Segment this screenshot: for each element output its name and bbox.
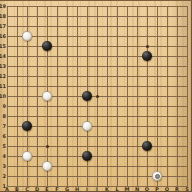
star-point-J10 (96, 95, 99, 98)
stone-black-O14[interactable] (142, 51, 152, 61)
row-label-19: 19 (0, 4, 6, 9)
row-label-8: 8 (0, 114, 6, 119)
row-label-9: 9 (0, 104, 6, 109)
col-label-D: D (34, 187, 40, 192)
col-label-J: J (94, 187, 100, 192)
grid-line-col-S (187, 6, 188, 187)
grid-line-row-3 (7, 166, 188, 167)
col-label-K: K (104, 187, 110, 192)
stone-black-E15[interactable] (42, 41, 52, 51)
row-label-12: 12 (0, 74, 6, 79)
col-label-I: I (84, 187, 90, 192)
row-label-17: 17 (0, 24, 6, 29)
grid-line-col-K (107, 6, 108, 187)
col-label-R: R (174, 187, 180, 192)
stone-white-C4[interactable] (22, 151, 32, 161)
row-label-16: 16 (0, 34, 6, 39)
stone-white-E10[interactable] (42, 91, 52, 101)
row-label-3: 3 (0, 164, 6, 169)
row-label-10: 10 (0, 94, 6, 99)
row-label-5: 5 (0, 144, 6, 149)
grid-line-col-O (147, 6, 148, 187)
grid-line-row-7 (7, 126, 188, 127)
col-label-S: S (184, 187, 190, 192)
row-label-18: 18 (0, 14, 6, 19)
grid-line-col-P (157, 6, 158, 187)
stone-white-C16[interactable] (22, 31, 32, 41)
col-label-Q: Q (164, 187, 170, 192)
col-label-A: A (4, 187, 10, 192)
stone-white-E3[interactable] (42, 161, 52, 171)
go-board[interactable]: 19181716151413121110987654321ABCDEFGHIJK… (0, 0, 192, 192)
col-label-L: L (114, 187, 120, 192)
col-label-M: M (124, 187, 130, 192)
col-label-P: P (154, 187, 160, 192)
row-label-6: 6 (0, 134, 6, 139)
grid-line-row-6 (7, 136, 188, 137)
row-label-15: 15 (0, 44, 6, 49)
row-label-4: 4 (0, 154, 6, 159)
grid-line-col-N (137, 6, 138, 187)
stone-black-O5[interactable] (142, 141, 152, 151)
row-label-2: 2 (0, 174, 6, 179)
row-label-13: 13 (0, 64, 6, 69)
star-point-O15 (146, 45, 149, 48)
row-label-14: 14 (0, 54, 6, 59)
col-label-F: F (54, 187, 60, 192)
col-label-E: E (44, 187, 50, 192)
col-label-N: N (134, 187, 140, 192)
col-label-G: G (64, 187, 70, 192)
grid-line-col-Q (167, 6, 168, 187)
grid-line-col-L (117, 6, 118, 187)
stone-white-I7[interactable] (82, 121, 92, 131)
grid-line-row-5 (7, 146, 188, 147)
grid-line-row-9 (7, 106, 188, 107)
col-label-C: C (24, 187, 30, 192)
stone-black-I4[interactable] (82, 151, 92, 161)
star-point-E5 (46, 145, 49, 148)
row-label-11: 11 (0, 84, 6, 89)
col-label-B: B (14, 187, 20, 192)
stone-black-I10[interactable] (82, 91, 92, 101)
col-label-O: O (144, 187, 150, 192)
grid-line-row-8 (7, 116, 188, 117)
grid-line-col-M (127, 6, 128, 187)
stone-black-C7[interactable] (22, 121, 32, 131)
last-move-marker (155, 174, 160, 179)
col-label-H: H (74, 187, 80, 192)
row-label-7: 7 (0, 124, 6, 129)
grid-line-row-4 (7, 156, 188, 157)
grid-line-col-R (177, 6, 178, 187)
